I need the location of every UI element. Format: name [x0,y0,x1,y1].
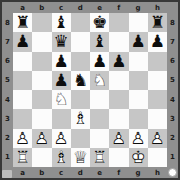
rank-label-left-8: 8 [2,13,13,32]
square-e7[interactable]: ♝ [90,32,109,51]
file-label-bottom-e: e [90,167,109,178]
square-f2[interactable]: ♟♙ [109,129,128,148]
square-g2[interactable]: ♟♙ [129,129,148,148]
piece-black-king: ♚ [90,13,109,32]
square-h2[interactable]: ♟♙ [148,129,167,148]
rank-label-right-4: 4 [167,90,178,109]
chess-board-diagram: abcdefgh8♜♝♚♜87♟♛♝♟♟76♟♟♟65♟♞♞♘54♞♘43♝♗3… [0,0,180,180]
piece-black-bishop: ♝ [52,13,71,32]
square-d4[interactable] [71,90,90,109]
file-label-top-d: d [71,2,90,13]
file-label-top-h: h [148,2,167,13]
file-label-top-a: a [13,2,32,13]
piece-white-bishop: ♗ [52,148,71,167]
piece-white-pawn-fill: ♟ [32,129,51,148]
square-g6[interactable] [129,52,148,71]
square-d7[interactable] [71,32,90,51]
square-e2[interactable] [90,129,109,148]
file-label-bottom-d: d [71,167,90,178]
square-f6[interactable]: ♟ [109,52,128,71]
square-h7[interactable]: ♟ [148,32,167,51]
square-g8[interactable] [129,13,148,32]
square-c8[interactable]: ♝ [52,13,71,32]
square-b6[interactable] [32,52,51,71]
rank-label-left-3: 3 [2,109,13,128]
border-corner-top-left [2,2,13,13]
rank-label-left-6: 6 [2,52,13,71]
square-a5[interactable] [13,71,32,90]
piece-white-king-fill: ♚ [129,148,148,167]
square-f8[interactable] [109,13,128,32]
square-f1[interactable] [109,148,128,167]
piece-white-rook: ♖ [90,148,109,167]
square-f4[interactable] [109,90,128,109]
file-label-bottom-g: g [129,167,148,178]
rank-label-right-2: 2 [167,129,178,148]
square-f3[interactable] [109,109,128,128]
file-label-top-b: b [32,2,51,13]
square-d2[interactable] [71,129,90,148]
square-c6[interactable]: ♟ [52,52,71,71]
square-c4[interactable]: ♞♘ [52,90,71,109]
rank-label-right-3: 3 [167,109,178,128]
piece-white-rook-fill: ♜ [90,148,109,167]
file-label-top-g: g [129,2,148,13]
square-g4[interactable] [129,90,148,109]
piece-white-pawn: ♙ [52,129,71,148]
rank-label-right-8: 8 [167,13,178,32]
square-d8[interactable] [71,13,90,32]
piece-black-pawn: ♟ [109,52,128,71]
square-a4[interactable] [13,90,32,109]
rank-label-left-4: 4 [2,90,13,109]
square-e4[interactable] [90,90,109,109]
piece-black-knight: ♞ [71,71,90,90]
square-a7[interactable]: ♟ [13,32,32,51]
piece-white-rook-fill: ♜ [13,148,32,167]
piece-white-queen-fill: ♛ [71,148,90,167]
corner-decoration [2,170,12,178]
rank-label-right-5: 5 [167,71,178,90]
square-c2[interactable]: ♟♙ [52,129,71,148]
side-to-move-indicator [168,168,177,177]
square-a6[interactable] [13,52,32,71]
piece-white-pawn-fill: ♟ [129,129,148,148]
square-a1[interactable]: ♜♖ [13,148,32,167]
piece-white-pawn: ♙ [32,129,51,148]
piece-white-bishop: ♗ [71,109,90,128]
piece-black-rook: ♜ [148,13,167,32]
rank-label-left-2: 2 [2,129,13,148]
file-label-bottom-f: f [109,167,128,178]
square-h1[interactable] [148,148,167,167]
square-d6[interactable] [71,52,90,71]
piece-black-pawn: ♟ [52,71,71,90]
square-h3[interactable] [148,109,167,128]
square-c7[interactable]: ♛ [52,32,71,51]
piece-white-bishop-fill: ♝ [71,109,90,128]
piece-white-pawn: ♙ [129,129,148,148]
square-g1[interactable]: ♚♔ [129,148,148,167]
square-b3[interactable] [32,109,51,128]
square-g3[interactable] [129,109,148,128]
file-label-top-e: e [90,2,109,13]
rank-label-left-5: 5 [2,71,13,90]
piece-white-knight-fill: ♞ [52,90,71,109]
border-corner-bottom-left [2,167,13,178]
square-a3[interactable] [13,109,32,128]
file-label-bottom-c: c [52,167,71,178]
file-label-bottom-h: h [148,167,167,178]
square-f5[interactable] [109,71,128,90]
file-label-bottom-a: a [13,167,32,178]
piece-white-bishop-fill: ♝ [52,148,71,167]
square-h4[interactable] [148,90,167,109]
border-corner-bottom-right [167,167,178,178]
square-a8[interactable]: ♜ [13,13,32,32]
piece-white-pawn: ♙ [148,129,167,148]
rank-label-left-1: 1 [2,148,13,167]
rank-label-left-7: 7 [2,32,13,51]
piece-black-pawn: ♟ [90,52,109,71]
square-e1[interactable]: ♜♖ [90,148,109,167]
rank-label-right-7: 7 [167,32,178,51]
piece-black-pawn: ♟ [13,32,32,51]
piece-black-pawn: ♟ [129,32,148,51]
square-a2[interactable]: ♟♙ [13,129,32,148]
square-h5[interactable] [148,71,167,90]
square-d1[interactable]: ♛♕ [71,148,90,167]
rank-label-right-6: 6 [167,52,178,71]
square-e6[interactable]: ♟ [90,52,109,71]
square-b4[interactable] [32,90,51,109]
square-c1[interactable]: ♝♗ [52,148,71,167]
square-d3[interactable]: ♝♗ [71,109,90,128]
piece-white-pawn: ♙ [109,129,128,148]
square-b8[interactable] [32,13,51,32]
file-label-bottom-b: b [32,167,51,178]
piece-white-pawn-fill: ♟ [109,129,128,148]
square-e8[interactable]: ♚ [90,13,109,32]
border-corner-top-right [167,2,178,13]
piece-black-pawn: ♟ [52,52,71,71]
rank-label-right-1: 1 [167,148,178,167]
square-e3[interactable] [90,109,109,128]
piece-white-pawn-fill: ♟ [13,129,32,148]
square-b7[interactable] [32,32,51,51]
square-g7[interactable]: ♟ [129,32,148,51]
piece-white-knight-fill: ♞ [90,71,109,90]
piece-white-pawn-fill: ♟ [148,129,167,148]
piece-white-king: ♔ [129,148,148,167]
square-c3[interactable] [52,109,71,128]
piece-black-queen: ♛ [52,32,71,51]
square-f7[interactable] [109,32,128,51]
piece-black-bishop: ♝ [90,32,109,51]
square-g5[interactable] [129,71,148,90]
square-b2[interactable]: ♟♙ [32,129,51,148]
piece-white-pawn: ♙ [13,129,32,148]
square-c5[interactable]: ♟ [52,71,71,90]
square-h6[interactable] [148,52,167,71]
square-h8[interactable]: ♜ [148,13,167,32]
square-e5[interactable]: ♞♘ [90,71,109,90]
piece-white-queen: ♕ [71,148,90,167]
piece-black-pawn: ♟ [148,32,167,51]
file-label-top-f: f [109,2,128,13]
square-b5[interactable] [32,71,51,90]
file-label-top-c: c [52,2,71,13]
piece-white-knight: ♘ [90,71,109,90]
piece-black-rook: ♜ [13,13,32,32]
square-b1[interactable] [32,148,51,167]
piece-white-rook: ♖ [13,148,32,167]
piece-white-pawn-fill: ♟ [52,129,71,148]
square-d5[interactable]: ♞ [71,71,90,90]
piece-white-knight: ♘ [52,90,71,109]
